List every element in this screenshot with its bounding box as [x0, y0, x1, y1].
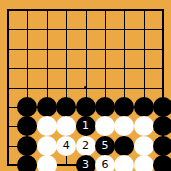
- black-stone: [134, 97, 154, 117]
- white-stone: [134, 136, 154, 156]
- star-point: [84, 86, 87, 89]
- black-stone: [17, 136, 37, 156]
- white-stone: [134, 116, 154, 136]
- white-stone: [114, 116, 134, 136]
- move-4-white-stone: 4: [56, 136, 76, 156]
- white-stone: [56, 116, 76, 136]
- white-stone: [95, 116, 115, 136]
- go-board: 142536: [8, 10, 163, 165]
- black-stone: [114, 136, 134, 156]
- move-3-black-stone: 3: [76, 155, 96, 171]
- black-stone: [153, 136, 171, 156]
- white-stone: [37, 136, 57, 156]
- black-stone: [114, 97, 134, 117]
- black-stone: [37, 97, 57, 117]
- move-6-white-stone: 6: [95, 155, 115, 171]
- black-stone: [17, 97, 37, 117]
- black-stone: [17, 116, 37, 136]
- black-stone: [76, 97, 96, 117]
- white-stone: [134, 155, 154, 171]
- move-1-black-stone: 1: [76, 116, 96, 136]
- white-stone: [37, 155, 57, 171]
- white-stone: [114, 155, 134, 171]
- black-stone: [95, 97, 115, 117]
- go-board-diagram: 142536: [0, 0, 171, 171]
- move-2-white-stone: 2: [76, 136, 96, 156]
- white-stone: [37, 116, 57, 136]
- black-stone: [56, 97, 76, 117]
- black-stone: [153, 116, 171, 136]
- move-5-black-stone: 5: [95, 136, 115, 156]
- black-stone: [153, 97, 171, 117]
- black-stone: [153, 155, 171, 171]
- black-stone: [17, 155, 37, 171]
